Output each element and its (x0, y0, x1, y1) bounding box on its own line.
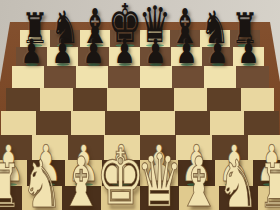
black-pawn-piece-b7[interactable]: ♟ (52, 35, 74, 69)
square-g1[interactable]: ♞ (219, 186, 258, 210)
square-a1[interactable]: ♜ (0, 186, 22, 210)
black-pawn-piece-g7[interactable]: ♟ (207, 35, 229, 69)
square-b1[interactable]: ♞ (22, 186, 61, 210)
square-a7[interactable]: ♟ (16, 47, 47, 66)
square-d4[interactable] (105, 111, 140, 135)
square-a4[interactable] (1, 111, 36, 135)
square-h5[interactable] (241, 88, 275, 111)
square-g5[interactable] (207, 88, 241, 111)
square-h7[interactable]: ♟ (233, 47, 264, 66)
white-rook-piece-a1[interactable]: ♜ (0, 157, 22, 210)
square-e5[interactable] (140, 88, 174, 111)
square-h4[interactable] (244, 111, 279, 135)
black-pawn-piece-f7[interactable]: ♟ (176, 35, 198, 69)
rank-row-5 (6, 88, 274, 111)
white-rook-piece-h1[interactable]: ♜ (258, 157, 280, 210)
square-f4[interactable] (175, 111, 210, 135)
square-e4[interactable] (140, 111, 175, 135)
photo-stage: ♜♞♝♚♛♝♞♜♟♟♟♟♟♟♟♟♟♟♟♟♟♟♟♟♜♞♝♚♛♝♞♜ (0, 0, 280, 210)
square-f1[interactable]: ♝ (179, 186, 218, 210)
square-d7[interactable]: ♟ (109, 47, 140, 66)
black-pawn-piece-e7[interactable]: ♟ (145, 35, 167, 69)
square-d1[interactable]: ♚ (101, 186, 140, 210)
square-d5[interactable] (107, 88, 141, 111)
white-knight-piece-g1[interactable]: ♞ (217, 151, 259, 210)
white-knight-piece-b1[interactable]: ♞ (21, 151, 63, 210)
square-b4[interactable] (36, 111, 71, 135)
square-c7[interactable]: ♟ (78, 47, 109, 66)
square-a5[interactable] (6, 88, 40, 111)
black-pawn-piece-h7[interactable]: ♟ (238, 35, 260, 69)
square-c5[interactable] (73, 88, 107, 111)
rank-row-4 (1, 111, 279, 135)
white-bishop-piece-f1[interactable]: ♝ (177, 148, 221, 210)
square-e1[interactable]: ♛ (140, 186, 179, 210)
square-c4[interactable] (71, 111, 106, 135)
black-pawn-piece-c7[interactable]: ♟ (83, 35, 105, 69)
square-f5[interactable] (174, 88, 208, 111)
black-pawn-piece-a7[interactable]: ♟ (21, 35, 43, 69)
chess-board: ♜♞♝♚♛♝♞♜♟♟♟♟♟♟♟♟♟♟♟♟♟♟♟♟♜♞♝♚♛♝♞♜ (0, 30, 280, 210)
square-b7[interactable]: ♟ (47, 47, 78, 66)
square-g4[interactable] (210, 111, 245, 135)
square-g7[interactable]: ♟ (202, 47, 233, 66)
rank-row-6 (12, 66, 269, 88)
rank-row-1: ♜♞♝♚♛♝♞♜ (0, 186, 280, 210)
square-f7[interactable]: ♟ (171, 47, 202, 66)
black-pawn-piece-d7[interactable]: ♟ (114, 35, 136, 69)
square-b5[interactable] (40, 88, 74, 111)
square-h1[interactable]: ♜ (258, 186, 280, 210)
square-e7[interactable]: ♟ (140, 47, 171, 66)
